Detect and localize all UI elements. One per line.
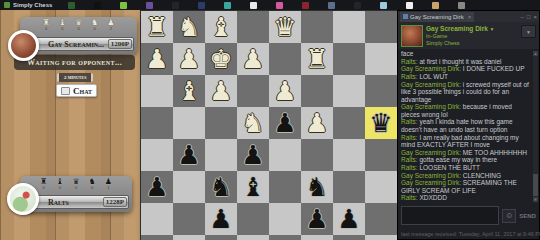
emoticon-button[interactable]: ☺ [502,209,516,223]
chess-piece[interactable]: ♛ [273,11,296,43]
board-square[interactable] [333,107,365,139]
board-square[interactable] [173,203,205,235]
chat-message: Ralts: LOOSEN THE BUTT [401,164,531,172]
captured-piece-icon: ♟2 [107,19,114,31]
board-square[interactable] [205,107,237,139]
board-square[interactable]: ♟ [301,203,333,235]
chat-scrollbar[interactable]: ▲ ▼ [533,51,538,202]
board-square[interactable] [333,43,365,75]
chat-titlebar[interactable]: Gay Screaming Dirk × – □ × [398,11,539,22]
board-square[interactable] [173,107,205,139]
chat-message: Gay Screaming Dirk: CLENCHING [401,172,531,180]
board-square[interactable] [365,203,397,235]
captured-piece-icon: ♜0 [43,19,50,31]
board-square[interactable] [333,11,365,43]
player-bottom-name: Ralts [48,198,103,207]
captured-piece-icon: ♞0 [89,178,96,190]
chess-piece[interactable]: ♜ [273,235,296,240]
screen: Simply Chess ♜♞♝♛♟♟♚♟♜♝♟♟♞♟♟♛♟♟♟♞♝♞♟♟♟♜♝… [0,0,540,240]
chess-board[interactable]: ♜♞♝♛♟♟♚♟♜♝♟♟♞♟♟♛♟♟♟♞♝♞♟♟♟♜♝♜♚ [140,10,398,240]
board-square[interactable]: ♝ [205,235,237,240]
board-square[interactable]: ♛ [269,11,301,43]
steam-chat-window: Gay Screaming Dirk × – □ × Gay Screaming… [397,10,540,240]
captured-piece-icon: ♞0 [91,19,98,31]
board-square[interactable] [333,171,365,203]
captured-piece-icon: ♟1 [105,178,112,190]
board-square[interactable]: ♝ [237,171,269,203]
board-square[interactable]: ♝ [173,75,205,107]
taskbar-app-icon[interactable] [94,2,101,9]
board-square[interactable] [141,139,173,171]
send-button[interactable]: SEND [519,213,536,219]
chess-piece[interactable]: ♝ [209,235,232,240]
board-square[interactable] [269,171,301,203]
chess-piece[interactable]: ♟ [209,75,232,107]
captured-piece-icon: ♝0 [59,19,66,31]
board-square[interactable]: ♟ [141,171,173,203]
board-square[interactable]: ♟ [269,75,301,107]
chess-piece[interactable]: ♟ [177,43,200,75]
chat-message: Gay Screaming Dirk: just zoomed in on hi… [401,51,531,58]
board-square[interactable]: ♟ [205,203,237,235]
board-square[interactable] [237,235,269,240]
board-square[interactable]: ♚ [301,235,333,240]
player-top-name: Gay Screamin... [48,40,108,49]
chess-piece[interactable]: ♟ [273,75,296,107]
chat-message: Ralts: LOL WUT [401,73,531,81]
taskbar-app-icon[interactable] [224,2,231,9]
board-square[interactable] [237,203,269,235]
board-square[interactable] [333,235,365,240]
chat-message: Ralts: I am really bad about changing my… [401,134,531,149]
timer-badge: 2 minutes [57,73,93,82]
board-square[interactable]: ♟ [301,107,333,139]
chat-message: Ralts: yeah I kinda hate how this game d… [401,118,531,133]
friend-name[interactable]: Gay Screaming Dirk ▼ [426,25,521,33]
chess-piece[interactable]: ♟ [241,43,264,75]
taskbar-app-icon[interactable] [120,2,127,9]
board-square[interactable]: ♟ [237,139,269,171]
board-square[interactable]: ♟ [237,43,269,75]
board-square[interactable]: ♟ [173,139,205,171]
board-square[interactable]: ♝ [205,11,237,43]
chess-piece[interactable]: ♟ [337,203,360,235]
board-square[interactable] [141,75,173,107]
chess-piece[interactable]: ♞ [209,171,232,203]
taskbar-app-icon[interactable] [406,2,413,9]
chevron-down-icon: ▼ [490,26,495,32]
chess-piece[interactable]: ♚ [209,43,232,75]
maximize-icon[interactable]: □ [527,14,531,20]
app-title: Simply Chess [13,2,52,8]
minimize-icon[interactable]: – [521,14,524,20]
chat-message: Gay Screaming Dirk: SCREAMING THE GIRLY … [401,179,531,194]
chat-message-list: scream*Gay Screaming Dirk: me tooGay Scr… [401,51,531,202]
taskbar-icons[interactable] [68,2,465,9]
captured-piece-icon: ♝0 [56,178,63,190]
chess-piece[interactable]: ♟ [305,107,328,139]
board-square[interactable] [269,203,301,235]
board-square[interactable] [365,11,397,43]
taskbar-app-icon[interactable] [380,2,387,9]
board-square[interactable] [237,11,269,43]
chat-tab-icon [403,14,408,19]
chess-piece[interactable]: ♜ [305,43,328,75]
player-top-rating: 1200P [108,39,132,49]
chess-piece[interactable]: ♚ [305,235,328,240]
captured-piece-icon: ♜0 [40,178,47,190]
scroll-down-icon[interactable]: ▼ [533,197,538,202]
chess-piece[interactable]: ♟ [145,171,168,203]
chevron-down-icon: ▼ [526,29,531,35]
taskbar-app-icon[interactable] [458,2,465,9]
board-square[interactable]: ♟ [269,107,301,139]
board-square[interactable] [365,235,397,240]
board-square[interactable]: ♜ [141,11,173,43]
scroll-up-icon[interactable]: ▲ [533,51,538,56]
chess-piece[interactable]: ♜ [145,11,168,43]
chat-message: Gay Screaming Dirk: because i moved piec… [401,103,531,118]
captured-pieces-tray-bottom: ♜0♝0♛0♞0♟1 [20,176,132,190]
board-square[interactable] [365,75,397,107]
last-message-timestamp: last message received: Tuesday, April 11… [401,231,540,237]
player-bottom-avatar[interactable] [7,183,39,215]
board-square[interactable] [301,139,333,171]
board-square[interactable] [237,75,269,107]
board-square[interactable] [141,203,173,235]
board-square[interactable]: ♞ [237,107,269,139]
chat-message: Gay Screaming Dirk: ME TOO AHHHHHHH [401,149,531,157]
chat-message: Ralts: XDXDDD [401,194,531,202]
chess-piece[interactable]: ♟ [273,107,296,139]
board-square[interactable] [301,11,333,43]
chess-piece[interactable]: ♟ [241,139,264,171]
board-square[interactable] [173,235,205,240]
board-square[interactable] [141,107,173,139]
board-square[interactable]: ♟ [141,43,173,75]
taskbar-app-icon[interactable] [146,2,153,9]
board-square[interactable]: ♚ [205,43,237,75]
taskbar-app-icon[interactable] [432,2,439,9]
chess-piece[interactable]: ♝ [177,75,200,107]
player-top-avatar[interactable] [8,30,39,61]
chess-piece[interactable]: ♞ [305,171,328,203]
chess-piece[interactable]: ♜ [145,235,168,240]
chat-message: Ralts: gotta ease my way in there [401,156,531,164]
chess-piece[interactable]: ♟ [209,203,232,235]
board-square[interactable] [333,75,365,107]
board-square[interactable]: ♛ [365,107,397,139]
captured-pieces-tray-top: ♜0♝0♛0♞0♟2 [20,17,137,31]
chess-piece[interactable]: ♟ [305,203,328,235]
board-square[interactable] [365,139,397,171]
friend-header: Gay Screaming Dirk ▼ In-Game Simply Ches… [398,22,539,49]
chess-piece[interactable]: ♞ [241,107,264,139]
taskbar-app-icon[interactable] [198,2,205,9]
board-square[interactable] [301,75,333,107]
taskbar[interactable]: Simply Chess [0,0,540,10]
board-square[interactable]: ♟ [173,43,205,75]
taskbar-app-icon[interactable] [328,2,335,9]
chat-options-dropdown[interactable]: ▼ [521,25,536,38]
friend-avatar[interactable] [401,25,423,47]
taskbar-app-icon[interactable] [276,2,283,9]
taskbar-app-icon[interactable] [68,2,75,9]
chess-piece[interactable]: ♟ [145,43,168,75]
chess-piece[interactable]: ♝ [241,171,264,203]
board-square[interactable] [269,43,301,75]
smiley-icon: ☺ [505,211,513,220]
chat-tab-title: Gay Screaming Dirk [410,14,464,20]
board-square[interactable]: ♜ [301,43,333,75]
board-square[interactable]: ♞ [173,11,205,43]
chat-tab[interactable]: Gay Screaming Dirk × [400,12,474,22]
board-square[interactable] [173,171,205,203]
chess-piece[interactable]: ♞ [177,11,200,43]
captured-piece-icon: ♛0 [75,19,82,31]
board-square[interactable]: ♜ [141,235,173,240]
taskbar-app-icon[interactable] [172,2,179,9]
chat-bubble-icon [61,87,70,95]
chat-input[interactable] [401,206,499,225]
player-bottom-namebar: Ralts 1228P [33,195,129,209]
board-square[interactable]: ♟ [205,75,237,107]
taskbar-app-icon[interactable] [302,2,309,9]
chess-piece[interactable]: ♟ [177,139,200,171]
chat-button[interactable]: Chat [56,84,97,97]
player-top-namebar: Gay Screamin... 1200P [33,37,134,51]
board-square[interactable]: ♜ [269,235,301,240]
captured-piece-icon: ♛0 [72,178,79,190]
chat-message: Gay Screaming Dirk: i screwed myself out… [401,81,531,104]
taskbar-app-icon[interactable] [250,2,257,9]
chat-tab-close-icon[interactable]: × [468,14,472,20]
taskbar-app-icon[interactable] [354,2,361,9]
board-square[interactable] [365,171,397,203]
chess-piece[interactable]: ♛ [369,107,392,139]
app-icon [4,2,10,8]
board-square[interactable]: ♞ [205,171,237,203]
player-bottom-rating: 1228P [103,197,127,207]
board-square[interactable]: ♟ [333,203,365,235]
close-icon[interactable]: × [533,14,537,20]
board-square[interactable] [333,139,365,171]
board-square[interactable] [269,139,301,171]
chess-piece[interactable]: ♝ [209,11,232,43]
board-square[interactable] [205,139,237,171]
board-square[interactable] [365,43,397,75]
friend-game: Simply Chess [426,40,521,47]
chat-message: Ralts: at first i thought it was daniel [401,58,531,66]
board-square[interactable]: ♞ [301,171,333,203]
chat-button-label: Chat [73,86,92,96]
scrollbar-thumb[interactable] [533,174,538,196]
chat-message: Gay Screaming Dirk: I DONE FUCKED UP [401,65,531,73]
